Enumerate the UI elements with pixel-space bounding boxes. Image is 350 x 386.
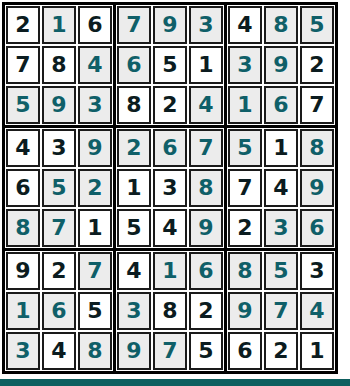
cell-r9c7: 6 — [228, 332, 262, 370]
cell-r5c5: 3 — [153, 169, 187, 207]
cell-r4c8: 1 — [264, 129, 298, 167]
cell-r8c8: 7 — [264, 292, 298, 330]
cell-r8c2: 6 — [42, 292, 76, 330]
cell-r2c4: 6 — [117, 46, 151, 84]
cell-r6c9: 6 — [300, 209, 334, 247]
cell-r1c7: 4 — [228, 6, 262, 44]
cell-r2c2: 8 — [42, 46, 76, 84]
cell-r3c1: 5 — [6, 86, 40, 124]
page-accent-strip — [0, 379, 350, 386]
cell-r9c1: 3 — [6, 332, 40, 370]
cell-r2c8: 9 — [264, 46, 298, 84]
sudoku-board: 2167845937936518244853921674396528712671… — [2, 2, 338, 374]
cell-r8c1: 1 — [6, 292, 40, 330]
cell-r9c3: 8 — [78, 332, 112, 370]
cell-r8c4: 3 — [117, 292, 151, 330]
cell-r7c2: 2 — [42, 252, 76, 290]
cell-r3c2: 9 — [42, 86, 76, 124]
cell-r6c6: 9 — [189, 209, 223, 247]
board-box-9: 853974621 — [227, 251, 335, 371]
cell-r6c5: 4 — [153, 209, 187, 247]
cell-r5c2: 5 — [42, 169, 76, 207]
cell-r9c8: 2 — [264, 332, 298, 370]
cell-r8c5: 8 — [153, 292, 187, 330]
cell-r4c4: 2 — [117, 129, 151, 167]
cell-r1c5: 9 — [153, 6, 187, 44]
cell-r5c7: 7 — [228, 169, 262, 207]
cell-r1c6: 3 — [189, 6, 223, 44]
cell-r2c3: 4 — [78, 46, 112, 84]
cell-r6c1: 8 — [6, 209, 40, 247]
cell-r2c1: 7 — [6, 46, 40, 84]
cell-r4c2: 3 — [42, 129, 76, 167]
cell-r3c9: 7 — [300, 86, 334, 124]
cell-r7c5: 1 — [153, 252, 187, 290]
cell-r6c2: 7 — [42, 209, 76, 247]
cell-r3c6: 4 — [189, 86, 223, 124]
cell-r1c2: 1 — [42, 6, 76, 44]
cell-r1c3: 6 — [78, 6, 112, 44]
cell-r9c9: 1 — [300, 332, 334, 370]
board-box-4: 439652871 — [5, 128, 113, 248]
cell-r2c7: 3 — [228, 46, 262, 84]
cell-r2c6: 1 — [189, 46, 223, 84]
cell-r2c9: 2 — [300, 46, 334, 84]
cell-r3c3: 3 — [78, 86, 112, 124]
cell-r6c4: 5 — [117, 209, 151, 247]
cell-r5c1: 6 — [6, 169, 40, 207]
cell-r9c4: 9 — [117, 332, 151, 370]
board-box-7: 927165348 — [5, 251, 113, 371]
cell-r3c7: 1 — [228, 86, 262, 124]
cell-r7c3: 7 — [78, 252, 112, 290]
cell-r5c9: 9 — [300, 169, 334, 207]
cell-r4c9: 8 — [300, 129, 334, 167]
cell-r6c8: 3 — [264, 209, 298, 247]
cell-r5c8: 4 — [264, 169, 298, 207]
cell-r7c8: 5 — [264, 252, 298, 290]
cell-r3c4: 8 — [117, 86, 151, 124]
cell-r5c3: 2 — [78, 169, 112, 207]
cell-r7c9: 3 — [300, 252, 334, 290]
board-box-1: 216784593 — [5, 5, 113, 125]
cell-r4c7: 5 — [228, 129, 262, 167]
cell-r4c1: 4 — [6, 129, 40, 167]
board-box-5: 267138549 — [116, 128, 224, 248]
cell-r4c3: 9 — [78, 129, 112, 167]
cell-r4c6: 7 — [189, 129, 223, 167]
cell-r9c2: 4 — [42, 332, 76, 370]
cell-r3c8: 6 — [264, 86, 298, 124]
board-box-6: 518749236 — [227, 128, 335, 248]
cell-r1c8: 8 — [264, 6, 298, 44]
board-box-2: 793651824 — [116, 5, 224, 125]
cell-r7c7: 8 — [228, 252, 262, 290]
board-box-3: 485392167 — [227, 5, 335, 125]
cell-r3c5: 2 — [153, 86, 187, 124]
cell-r1c1: 2 — [6, 6, 40, 44]
cell-r2c5: 5 — [153, 46, 187, 84]
cell-r7c1: 9 — [6, 252, 40, 290]
cell-r8c9: 4 — [300, 292, 334, 330]
cell-r8c7: 9 — [228, 292, 262, 330]
cell-r6c3: 1 — [78, 209, 112, 247]
cell-r9c6: 5 — [189, 332, 223, 370]
cell-r5c6: 8 — [189, 169, 223, 207]
cell-r1c9: 5 — [300, 6, 334, 44]
board-box-8: 416382975 — [116, 251, 224, 371]
cell-r8c3: 5 — [78, 292, 112, 330]
cell-r8c6: 2 — [189, 292, 223, 330]
cell-r7c6: 6 — [189, 252, 223, 290]
cell-r1c4: 7 — [117, 6, 151, 44]
cell-r4c5: 6 — [153, 129, 187, 167]
cell-r6c7: 2 — [228, 209, 262, 247]
cell-r7c4: 4 — [117, 252, 151, 290]
cell-r5c4: 1 — [117, 169, 151, 207]
cell-r9c5: 7 — [153, 332, 187, 370]
